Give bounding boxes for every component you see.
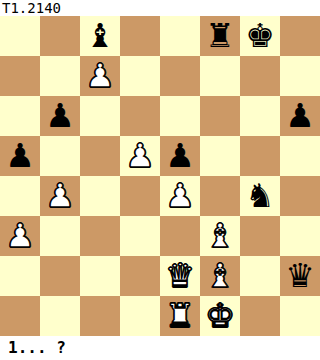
square-d2[interactable] [120, 256, 160, 296]
square-a8[interactable] [0, 16, 40, 56]
square-f3[interactable]: ♝ [200, 216, 240, 256]
white-pawn-a3: ♟ [5, 216, 35, 256]
square-g3[interactable] [240, 216, 280, 256]
square-e4[interactable]: ♟ [160, 176, 200, 216]
square-h3[interactable] [280, 216, 320, 256]
square-d5[interactable]: ♟ [120, 136, 160, 176]
square-a4[interactable] [0, 176, 40, 216]
black-king-g8: ♚ [245, 16, 275, 56]
square-e6[interactable] [160, 96, 200, 136]
square-d8[interactable] [120, 16, 160, 56]
square-f1[interactable]: ♚ [200, 296, 240, 336]
square-g6[interactable] [240, 96, 280, 136]
black-pawn-e5: ♟ [165, 136, 195, 176]
square-b8[interactable] [40, 16, 80, 56]
black-pawn-b6: ♟ [45, 96, 75, 136]
square-f5[interactable] [200, 136, 240, 176]
white-king-f1: ♚ [205, 296, 235, 336]
square-h2[interactable]: ♛ [280, 256, 320, 296]
square-c1[interactable] [80, 296, 120, 336]
square-a5[interactable]: ♟ [0, 136, 40, 176]
black-queen-h2: ♛ [285, 256, 315, 296]
square-g8[interactable]: ♚ [240, 16, 280, 56]
square-h6[interactable]: ♟ [280, 96, 320, 136]
square-a1[interactable] [0, 296, 40, 336]
square-b3[interactable] [40, 216, 80, 256]
puzzle-title: T1.2140 [0, 0, 320, 16]
square-c2[interactable] [80, 256, 120, 296]
square-d4[interactable] [120, 176, 160, 216]
square-g1[interactable] [240, 296, 280, 336]
black-pawn-h6: ♟ [285, 96, 315, 136]
white-pawn-b4: ♟ [45, 176, 75, 216]
white-pawn-d5: ♟ [125, 136, 155, 176]
square-f8[interactable]: ♜ [200, 16, 240, 56]
square-h7[interactable] [280, 56, 320, 96]
square-d1[interactable] [120, 296, 160, 336]
square-g2[interactable] [240, 256, 280, 296]
square-c8[interactable]: ♝ [80, 16, 120, 56]
square-b1[interactable] [40, 296, 80, 336]
square-e8[interactable] [160, 16, 200, 56]
white-queen-e2: ♛ [165, 256, 195, 296]
square-h8[interactable] [280, 16, 320, 56]
square-d3[interactable] [120, 216, 160, 256]
square-c7[interactable]: ♟ [80, 56, 120, 96]
square-e2[interactable]: ♛ [160, 256, 200, 296]
black-knight-g4: ♞ [245, 176, 275, 216]
square-d7[interactable] [120, 56, 160, 96]
square-b6[interactable]: ♟ [40, 96, 80, 136]
square-e3[interactable] [160, 216, 200, 256]
square-a2[interactable] [0, 256, 40, 296]
square-c4[interactable] [80, 176, 120, 216]
black-bishop-c8: ♝ [85, 16, 115, 56]
black-rook-f8: ♜ [205, 16, 235, 56]
square-e1[interactable]: ♜ [160, 296, 200, 336]
square-g7[interactable] [240, 56, 280, 96]
square-h4[interactable] [280, 176, 320, 216]
square-f6[interactable] [200, 96, 240, 136]
white-bishop-f3: ♝ [205, 216, 235, 256]
move-prompt: 1... ? [0, 336, 320, 360]
square-c5[interactable] [80, 136, 120, 176]
square-e5[interactable]: ♟ [160, 136, 200, 176]
square-b4[interactable]: ♟ [40, 176, 80, 216]
square-f2[interactable]: ♝ [200, 256, 240, 296]
square-e7[interactable] [160, 56, 200, 96]
square-b2[interactable] [40, 256, 80, 296]
square-h5[interactable] [280, 136, 320, 176]
square-d6[interactable] [120, 96, 160, 136]
square-f7[interactable] [200, 56, 240, 96]
square-a6[interactable] [0, 96, 40, 136]
square-c6[interactable] [80, 96, 120, 136]
square-b7[interactable] [40, 56, 80, 96]
chess-board: ♝♜♚♟♟♟♟♟♟♟♟♞♟♝♛♝♛♜♚ [0, 16, 320, 336]
white-pawn-c7: ♟ [85, 56, 115, 96]
white-pawn-e4: ♟ [165, 176, 195, 216]
square-h1[interactable] [280, 296, 320, 336]
black-pawn-a5: ♟ [5, 136, 35, 176]
white-bishop-f2: ♝ [205, 256, 235, 296]
square-f4[interactable] [200, 176, 240, 216]
square-g5[interactable] [240, 136, 280, 176]
white-rook-e1: ♜ [165, 296, 195, 336]
square-a3[interactable]: ♟ [0, 216, 40, 256]
square-c3[interactable] [80, 216, 120, 256]
square-a7[interactable] [0, 56, 40, 96]
square-g4[interactable]: ♞ [240, 176, 280, 216]
square-b5[interactable] [40, 136, 80, 176]
